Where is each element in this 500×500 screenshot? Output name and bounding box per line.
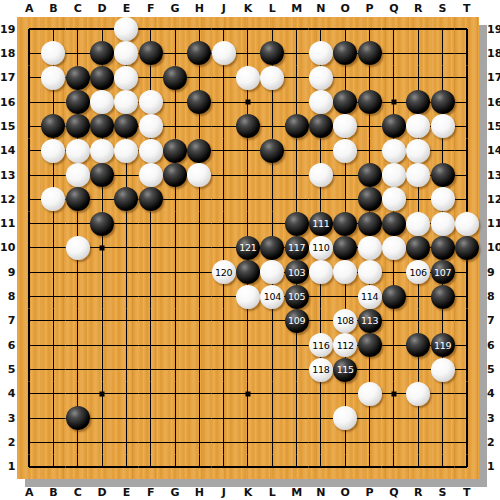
intersection-D7[interactable] xyxy=(90,309,114,333)
intersection-C2[interactable] xyxy=(66,430,90,454)
intersection-F19[interactable] xyxy=(139,17,163,41)
intersection-K18[interactable] xyxy=(236,41,260,65)
intersection-E13[interactable] xyxy=(114,163,138,187)
intersection-E6[interactable] xyxy=(114,333,138,357)
intersection-B12[interactable] xyxy=(41,187,65,211)
intersection-H17[interactable] xyxy=(187,66,211,90)
intersection-O17[interactable] xyxy=(333,66,357,90)
intersection-J4[interactable] xyxy=(212,382,236,406)
intersection-S2[interactable] xyxy=(430,430,454,454)
intersection-D8[interactable] xyxy=(90,284,114,308)
intersection-Q16[interactable] xyxy=(382,90,406,114)
intersection-F7[interactable] xyxy=(139,309,163,333)
intersection-P16[interactable] xyxy=(357,90,381,114)
intersection-R3[interactable] xyxy=(406,406,430,430)
intersection-G1[interactable] xyxy=(163,455,187,479)
intersection-E19[interactable] xyxy=(114,17,138,41)
intersection-K7[interactable] xyxy=(236,309,260,333)
intersection-R5[interactable] xyxy=(406,357,430,381)
intersection-E17[interactable] xyxy=(114,66,138,90)
intersection-A4[interactable] xyxy=(17,382,41,406)
intersection-D17[interactable] xyxy=(90,66,114,90)
intersection-S5[interactable] xyxy=(430,357,454,381)
intersection-H5[interactable] xyxy=(187,357,211,381)
intersection-T17[interactable] xyxy=(455,66,479,90)
intersection-N19[interactable] xyxy=(309,17,333,41)
intersection-G8[interactable] xyxy=(163,284,187,308)
intersection-A5[interactable] xyxy=(17,357,41,381)
intersection-H13[interactable] xyxy=(187,163,211,187)
intersection-L11[interactable] xyxy=(260,212,284,236)
intersection-Q15[interactable] xyxy=(382,114,406,138)
intersection-C17[interactable] xyxy=(66,66,90,90)
intersection-K19[interactable] xyxy=(236,17,260,41)
intersection-E3[interactable] xyxy=(114,406,138,430)
intersection-H2[interactable] xyxy=(187,430,211,454)
intersection-L16[interactable] xyxy=(260,90,284,114)
intersection-G14[interactable] xyxy=(163,139,187,163)
intersection-R12[interactable] xyxy=(406,187,430,211)
intersection-S4[interactable] xyxy=(430,382,454,406)
intersection-M10[interactable]: 117 xyxy=(284,236,308,260)
intersection-D4[interactable] xyxy=(90,382,114,406)
intersection-D16[interactable] xyxy=(90,90,114,114)
intersection-O2[interactable] xyxy=(333,430,357,454)
intersection-G2[interactable] xyxy=(163,430,187,454)
intersection-O1[interactable] xyxy=(333,455,357,479)
intersection-K8[interactable] xyxy=(236,284,260,308)
intersection-D19[interactable] xyxy=(90,17,114,41)
intersection-F18[interactable] xyxy=(139,41,163,65)
intersection-L12[interactable] xyxy=(260,187,284,211)
intersection-L10[interactable] xyxy=(260,236,284,260)
intersection-S9[interactable]: 107 xyxy=(430,260,454,284)
intersection-H18[interactable] xyxy=(187,41,211,65)
intersection-Q9[interactable] xyxy=(382,260,406,284)
intersection-J10[interactable] xyxy=(212,236,236,260)
intersection-N8[interactable] xyxy=(309,284,333,308)
intersection-E7[interactable] xyxy=(114,309,138,333)
intersection-K14[interactable] xyxy=(236,139,260,163)
intersection-T9[interactable] xyxy=(455,260,479,284)
intersection-N13[interactable] xyxy=(309,163,333,187)
intersection-O7[interactable]: 108 xyxy=(333,309,357,333)
intersection-P8[interactable]: 114 xyxy=(357,284,381,308)
intersection-D9[interactable] xyxy=(90,260,114,284)
intersection-T1[interactable] xyxy=(455,455,479,479)
intersection-D1[interactable] xyxy=(90,455,114,479)
intersection-L2[interactable] xyxy=(260,430,284,454)
intersection-R10[interactable] xyxy=(406,236,430,260)
intersection-O5[interactable]: 115 xyxy=(333,357,357,381)
intersection-C14[interactable] xyxy=(66,139,90,163)
intersection-Q19[interactable] xyxy=(382,17,406,41)
intersection-A7[interactable] xyxy=(17,309,41,333)
intersection-E8[interactable] xyxy=(114,284,138,308)
intersection-A18[interactable] xyxy=(17,41,41,65)
intersection-N6[interactable]: 116 xyxy=(309,333,333,357)
intersection-N10[interactable]: 110 xyxy=(309,236,333,260)
intersection-D14[interactable] xyxy=(90,139,114,163)
intersection-M4[interactable] xyxy=(284,382,308,406)
intersection-M19[interactable] xyxy=(284,17,308,41)
intersection-E15[interactable] xyxy=(114,114,138,138)
intersection-G6[interactable] xyxy=(163,333,187,357)
intersection-O6[interactable]: 112 xyxy=(333,333,357,357)
intersection-B2[interactable] xyxy=(41,430,65,454)
intersection-N3[interactable] xyxy=(309,406,333,430)
intersection-P2[interactable] xyxy=(357,430,381,454)
intersection-T19[interactable] xyxy=(455,17,479,41)
intersection-B8[interactable] xyxy=(41,284,65,308)
intersection-D13[interactable] xyxy=(90,163,114,187)
intersection-D10[interactable] xyxy=(90,236,114,260)
intersection-B15[interactable] xyxy=(41,114,65,138)
intersection-D6[interactable] xyxy=(90,333,114,357)
intersection-T6[interactable] xyxy=(455,333,479,357)
intersection-H1[interactable] xyxy=(187,455,211,479)
intersection-S16[interactable] xyxy=(430,90,454,114)
intersection-B13[interactable] xyxy=(41,163,65,187)
intersection-T3[interactable] xyxy=(455,406,479,430)
intersection-B5[interactable] xyxy=(41,357,65,381)
intersection-T14[interactable] xyxy=(455,139,479,163)
intersection-T4[interactable] xyxy=(455,382,479,406)
intersection-O15[interactable] xyxy=(333,114,357,138)
intersection-N1[interactable] xyxy=(309,455,333,479)
intersection-N9[interactable] xyxy=(309,260,333,284)
intersection-C8[interactable] xyxy=(66,284,90,308)
intersection-G16[interactable] xyxy=(163,90,187,114)
intersection-M18[interactable] xyxy=(284,41,308,65)
intersection-K13[interactable] xyxy=(236,163,260,187)
intersection-F6[interactable] xyxy=(139,333,163,357)
intersection-H8[interactable] xyxy=(187,284,211,308)
intersection-N12[interactable] xyxy=(309,187,333,211)
intersection-M8[interactable]: 105 xyxy=(284,284,308,308)
intersection-T5[interactable] xyxy=(455,357,479,381)
intersection-T7[interactable] xyxy=(455,309,479,333)
intersection-R11[interactable] xyxy=(406,212,430,236)
intersection-S1[interactable] xyxy=(430,455,454,479)
intersection-G12[interactable] xyxy=(163,187,187,211)
intersection-T8[interactable] xyxy=(455,284,479,308)
intersection-K4[interactable] xyxy=(236,382,260,406)
intersection-B6[interactable] xyxy=(41,333,65,357)
intersection-S12[interactable] xyxy=(430,187,454,211)
intersection-J9[interactable]: 120 xyxy=(212,260,236,284)
intersection-Q10[interactable] xyxy=(382,236,406,260)
intersection-S19[interactable] xyxy=(430,17,454,41)
intersection-J16[interactable] xyxy=(212,90,236,114)
intersection-G15[interactable] xyxy=(163,114,187,138)
intersection-S8[interactable] xyxy=(430,284,454,308)
intersection-F1[interactable] xyxy=(139,455,163,479)
intersection-S14[interactable] xyxy=(430,139,454,163)
intersection-B7[interactable] xyxy=(41,309,65,333)
intersection-Q3[interactable] xyxy=(382,406,406,430)
intersection-B3[interactable] xyxy=(41,406,65,430)
intersection-E2[interactable] xyxy=(114,430,138,454)
intersection-K11[interactable] xyxy=(236,212,260,236)
intersection-A3[interactable] xyxy=(17,406,41,430)
intersection-M13[interactable] xyxy=(284,163,308,187)
intersection-Q4[interactable] xyxy=(382,382,406,406)
intersection-F4[interactable] xyxy=(139,382,163,406)
intersection-F11[interactable] xyxy=(139,212,163,236)
intersection-T2[interactable] xyxy=(455,430,479,454)
intersection-L1[interactable] xyxy=(260,455,284,479)
intersection-R2[interactable] xyxy=(406,430,430,454)
intersection-N2[interactable] xyxy=(309,430,333,454)
intersection-N14[interactable] xyxy=(309,139,333,163)
intersection-C16[interactable] xyxy=(66,90,90,114)
intersection-P12[interactable] xyxy=(357,187,381,211)
intersection-Q13[interactable] xyxy=(382,163,406,187)
intersection-P5[interactable] xyxy=(357,357,381,381)
intersection-B19[interactable] xyxy=(41,17,65,41)
intersection-P18[interactable] xyxy=(357,41,381,65)
intersection-D3[interactable] xyxy=(90,406,114,430)
intersection-N17[interactable] xyxy=(309,66,333,90)
intersection-G10[interactable] xyxy=(163,236,187,260)
intersection-J18[interactable] xyxy=(212,41,236,65)
intersection-L15[interactable] xyxy=(260,114,284,138)
intersection-A10[interactable] xyxy=(17,236,41,260)
intersection-C3[interactable] xyxy=(66,406,90,430)
intersection-M5[interactable] xyxy=(284,357,308,381)
intersection-L9[interactable] xyxy=(260,260,284,284)
intersection-D11[interactable] xyxy=(90,212,114,236)
intersection-B10[interactable] xyxy=(41,236,65,260)
intersection-J2[interactable] xyxy=(212,430,236,454)
intersection-N18[interactable] xyxy=(309,41,333,65)
intersection-O14[interactable] xyxy=(333,139,357,163)
intersection-M15[interactable] xyxy=(284,114,308,138)
intersection-P13[interactable] xyxy=(357,163,381,187)
intersection-D15[interactable] xyxy=(90,114,114,138)
intersection-S18[interactable] xyxy=(430,41,454,65)
intersection-F15[interactable] xyxy=(139,114,163,138)
intersection-K17[interactable] xyxy=(236,66,260,90)
intersection-M2[interactable] xyxy=(284,430,308,454)
intersection-H6[interactable] xyxy=(187,333,211,357)
intersection-H7[interactable] xyxy=(187,309,211,333)
intersection-P15[interactable] xyxy=(357,114,381,138)
intersection-L6[interactable] xyxy=(260,333,284,357)
intersection-K3[interactable] xyxy=(236,406,260,430)
intersection-L17[interactable] xyxy=(260,66,284,90)
intersection-O11[interactable] xyxy=(333,212,357,236)
intersection-A9[interactable] xyxy=(17,260,41,284)
intersection-H4[interactable] xyxy=(187,382,211,406)
intersection-H10[interactable] xyxy=(187,236,211,260)
intersection-T15[interactable] xyxy=(455,114,479,138)
intersection-P7[interactable]: 113 xyxy=(357,309,381,333)
intersection-B17[interactable] xyxy=(41,66,65,90)
intersection-A8[interactable] xyxy=(17,284,41,308)
intersection-G4[interactable] xyxy=(163,382,187,406)
intersection-E5[interactable] xyxy=(114,357,138,381)
intersection-C10[interactable] xyxy=(66,236,90,260)
intersection-K9[interactable] xyxy=(236,260,260,284)
intersection-Q18[interactable] xyxy=(382,41,406,65)
intersection-L4[interactable] xyxy=(260,382,284,406)
intersection-S17[interactable] xyxy=(430,66,454,90)
intersection-H14[interactable] xyxy=(187,139,211,163)
intersection-D2[interactable] xyxy=(90,430,114,454)
intersection-G19[interactable] xyxy=(163,17,187,41)
intersection-B14[interactable] xyxy=(41,139,65,163)
intersection-M1[interactable] xyxy=(284,455,308,479)
intersection-R8[interactable] xyxy=(406,284,430,308)
intersection-B16[interactable] xyxy=(41,90,65,114)
intersection-F12[interactable] xyxy=(139,187,163,211)
intersection-D18[interactable] xyxy=(90,41,114,65)
intersection-B9[interactable] xyxy=(41,260,65,284)
intersection-J6[interactable] xyxy=(212,333,236,357)
intersection-G3[interactable] xyxy=(163,406,187,430)
intersection-H15[interactable] xyxy=(187,114,211,138)
intersection-K1[interactable] xyxy=(236,455,260,479)
intersection-C4[interactable] xyxy=(66,382,90,406)
intersection-C13[interactable] xyxy=(66,163,90,187)
intersection-B18[interactable] xyxy=(41,41,65,65)
intersection-O12[interactable] xyxy=(333,187,357,211)
intersection-K6[interactable] xyxy=(236,333,260,357)
intersection-J14[interactable] xyxy=(212,139,236,163)
intersection-F3[interactable] xyxy=(139,406,163,430)
intersection-O4[interactable] xyxy=(333,382,357,406)
intersection-M12[interactable] xyxy=(284,187,308,211)
intersection-A2[interactable] xyxy=(17,430,41,454)
intersection-S11[interactable] xyxy=(430,212,454,236)
intersection-P6[interactable] xyxy=(357,333,381,357)
intersection-K5[interactable] xyxy=(236,357,260,381)
intersection-J5[interactable] xyxy=(212,357,236,381)
intersection-M6[interactable] xyxy=(284,333,308,357)
intersection-L5[interactable] xyxy=(260,357,284,381)
intersection-O19[interactable] xyxy=(333,17,357,41)
intersection-A1[interactable] xyxy=(17,455,41,479)
intersection-J19[interactable] xyxy=(212,17,236,41)
intersection-A17[interactable] xyxy=(17,66,41,90)
intersection-F8[interactable] xyxy=(139,284,163,308)
intersection-H3[interactable] xyxy=(187,406,211,430)
intersection-C7[interactable] xyxy=(66,309,90,333)
intersection-M16[interactable] xyxy=(284,90,308,114)
intersection-O9[interactable] xyxy=(333,260,357,284)
intersection-L19[interactable] xyxy=(260,17,284,41)
intersection-E4[interactable] xyxy=(114,382,138,406)
intersection-O8[interactable] xyxy=(333,284,357,308)
intersection-C6[interactable] xyxy=(66,333,90,357)
intersection-K10[interactable]: 121 xyxy=(236,236,260,260)
intersection-E9[interactable] xyxy=(114,260,138,284)
intersection-G9[interactable] xyxy=(163,260,187,284)
intersection-C11[interactable] xyxy=(66,212,90,236)
intersection-C1[interactable] xyxy=(66,455,90,479)
intersection-Q7[interactable] xyxy=(382,309,406,333)
intersection-A11[interactable] xyxy=(17,212,41,236)
intersection-E12[interactable] xyxy=(114,187,138,211)
intersection-J3[interactable] xyxy=(212,406,236,430)
intersection-C19[interactable] xyxy=(66,17,90,41)
intersection-R14[interactable] xyxy=(406,139,430,163)
intersection-M7[interactable]: 109 xyxy=(284,309,308,333)
intersection-T12[interactable] xyxy=(455,187,479,211)
intersection-S10[interactable] xyxy=(430,236,454,260)
intersection-A6[interactable] xyxy=(17,333,41,357)
intersection-M3[interactable] xyxy=(284,406,308,430)
intersection-Q14[interactable] xyxy=(382,139,406,163)
intersection-D5[interactable] xyxy=(90,357,114,381)
intersection-J12[interactable] xyxy=(212,187,236,211)
intersection-A15[interactable] xyxy=(17,114,41,138)
intersection-K12[interactable] xyxy=(236,187,260,211)
intersection-A19[interactable] xyxy=(17,17,41,41)
intersection-L14[interactable] xyxy=(260,139,284,163)
intersection-M9[interactable]: 103 xyxy=(284,260,308,284)
intersection-S6[interactable]: 119 xyxy=(430,333,454,357)
intersection-H19[interactable] xyxy=(187,17,211,41)
intersection-F10[interactable] xyxy=(139,236,163,260)
intersection-E14[interactable] xyxy=(114,139,138,163)
intersection-N15[interactable] xyxy=(309,114,333,138)
intersection-S3[interactable] xyxy=(430,406,454,430)
intersection-R1[interactable] xyxy=(406,455,430,479)
intersection-R16[interactable] xyxy=(406,90,430,114)
intersection-F5[interactable] xyxy=(139,357,163,381)
intersection-O16[interactable] xyxy=(333,90,357,114)
intersection-E11[interactable] xyxy=(114,212,138,236)
intersection-T10[interactable] xyxy=(455,236,479,260)
intersection-G5[interactable] xyxy=(163,357,187,381)
intersection-Q2[interactable] xyxy=(382,430,406,454)
intersection-T11[interactable] xyxy=(455,212,479,236)
intersection-H12[interactable] xyxy=(187,187,211,211)
intersection-B1[interactable] xyxy=(41,455,65,479)
intersection-Q1[interactable] xyxy=(382,455,406,479)
intersection-C12[interactable] xyxy=(66,187,90,211)
intersection-C15[interactable] xyxy=(66,114,90,138)
intersection-A14[interactable] xyxy=(17,139,41,163)
intersection-G17[interactable] xyxy=(163,66,187,90)
intersection-A12[interactable] xyxy=(17,187,41,211)
intersection-O13[interactable] xyxy=(333,163,357,187)
intersection-C9[interactable] xyxy=(66,260,90,284)
intersection-T18[interactable] xyxy=(455,41,479,65)
intersection-R7[interactable] xyxy=(406,309,430,333)
intersection-S7[interactable] xyxy=(430,309,454,333)
intersection-R17[interactable] xyxy=(406,66,430,90)
intersection-N16[interactable] xyxy=(309,90,333,114)
intersection-K16[interactable] xyxy=(236,90,260,114)
intersection-F17[interactable] xyxy=(139,66,163,90)
intersection-D12[interactable] xyxy=(90,187,114,211)
intersection-S15[interactable] xyxy=(430,114,454,138)
intersection-C5[interactable] xyxy=(66,357,90,381)
intersection-N7[interactable] xyxy=(309,309,333,333)
intersection-H16[interactable] xyxy=(187,90,211,114)
intersection-F13[interactable] xyxy=(139,163,163,187)
intersection-L13[interactable] xyxy=(260,163,284,187)
intersection-A16[interactable] xyxy=(17,90,41,114)
intersection-A13[interactable] xyxy=(17,163,41,187)
intersection-B11[interactable] xyxy=(41,212,65,236)
intersection-P17[interactable] xyxy=(357,66,381,90)
intersection-J1[interactable] xyxy=(212,455,236,479)
